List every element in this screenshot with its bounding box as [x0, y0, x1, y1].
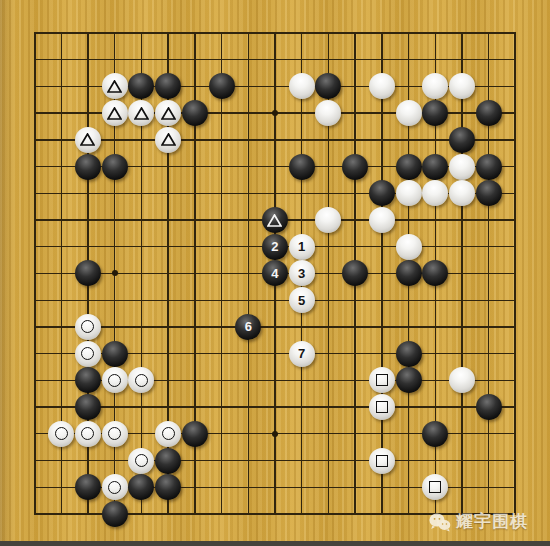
stone-black-C2	[75, 474, 101, 500]
stone-white-C15	[75, 127, 101, 153]
stone-white-R6	[449, 367, 475, 393]
stone-black-P6	[396, 367, 422, 393]
stone-black-Q10	[422, 260, 448, 286]
stone-white-R14	[449, 154, 475, 180]
circle-mark	[108, 427, 121, 440]
stone-white-E6	[128, 367, 154, 393]
stone-black-C6	[75, 367, 101, 393]
grid-line-vertical	[514, 32, 516, 515]
stone-white-R17	[449, 73, 475, 99]
stone-white-C7	[75, 341, 101, 367]
stone-black-F3	[155, 448, 181, 474]
grid-line-horizontal	[34, 326, 517, 327]
move-number-label: 4	[271, 267, 278, 280]
stone-white-L7: 7	[289, 341, 315, 367]
stone-black-K11: 2	[262, 234, 288, 260]
triangle-mark	[134, 107, 149, 120]
circle-mark	[81, 347, 94, 360]
circle-mark	[81, 320, 94, 333]
stone-black-D14	[102, 154, 128, 180]
star-point	[272, 110, 278, 116]
stone-white-D17	[102, 73, 128, 99]
move-number-label: 7	[298, 347, 305, 360]
stone-black-R15	[449, 127, 475, 153]
stone-white-P11	[396, 234, 422, 260]
stone-black-S5	[476, 394, 502, 420]
stone-black-S16	[476, 100, 502, 126]
triangle-mark	[107, 80, 122, 93]
move-number-label: 1	[298, 240, 305, 253]
circle-mark	[135, 374, 148, 387]
triangle-mark	[161, 107, 176, 120]
stone-white-D6	[102, 367, 128, 393]
watermark: 耀宇围棋	[429, 510, 528, 533]
circle-mark	[55, 427, 68, 440]
stone-white-L17	[289, 73, 315, 99]
stone-black-Q16	[422, 100, 448, 126]
stone-white-O3	[369, 448, 395, 474]
circle-mark	[108, 374, 121, 387]
star-point	[272, 431, 278, 437]
star-point	[112, 270, 118, 276]
triangle-mark	[267, 214, 282, 227]
triangle-mark	[107, 107, 122, 120]
stone-black-M17	[315, 73, 341, 99]
stone-white-O5	[369, 394, 395, 420]
square-mark	[376, 401, 388, 413]
stone-black-G16	[182, 100, 208, 126]
stone-black-N14	[342, 154, 368, 180]
stone-white-M12	[315, 207, 341, 233]
stone-black-N10	[342, 260, 368, 286]
grid-line-horizontal	[34, 460, 517, 461]
wechat-icon	[429, 512, 451, 532]
square-mark	[376, 374, 388, 386]
stone-black-C5	[75, 394, 101, 420]
stone-white-L9: 5	[289, 287, 315, 313]
move-number-label: 5	[298, 294, 305, 307]
stone-black-P7	[396, 341, 422, 367]
stone-black-J8: 6	[235, 314, 261, 340]
stone-black-P14	[396, 154, 422, 180]
stone-white-C4	[75, 421, 101, 447]
grid-line-horizontal	[34, 406, 517, 407]
grid-line-vertical	[381, 32, 382, 515]
stone-white-R13	[449, 180, 475, 206]
stone-white-F16	[155, 100, 181, 126]
stone-white-C8	[75, 314, 101, 340]
stone-black-F17	[155, 73, 181, 99]
stone-white-P13	[396, 180, 422, 206]
grid-line-horizontal	[34, 300, 517, 301]
circle-mark	[162, 427, 175, 440]
stone-white-L11: 1	[289, 234, 315, 260]
stone-white-Q17	[422, 73, 448, 99]
stone-white-P16	[396, 100, 422, 126]
stone-black-K12	[262, 207, 288, 233]
stone-black-C14	[75, 154, 101, 180]
stone-white-D4	[102, 421, 128, 447]
go-diagram: 2143567 耀宇围棋	[0, 0, 550, 546]
stone-black-D1	[102, 501, 128, 527]
stone-black-L14	[289, 154, 315, 180]
stone-black-Q14	[422, 154, 448, 180]
stone-black-S14	[476, 154, 502, 180]
square-mark	[429, 481, 441, 493]
stone-white-B4	[48, 421, 74, 447]
stone-black-H17	[209, 73, 235, 99]
bottom-bar	[0, 541, 550, 546]
stone-black-G4	[182, 421, 208, 447]
stone-white-M16	[315, 100, 341, 126]
stone-white-O6	[369, 367, 395, 393]
circle-mark	[81, 427, 94, 440]
stone-white-Q13	[422, 180, 448, 206]
stone-black-E17	[128, 73, 154, 99]
grid-line-vertical	[461, 32, 462, 515]
watermark-text: 耀宇围棋	[456, 510, 528, 533]
stone-white-E3	[128, 448, 154, 474]
move-number-label: 6	[245, 320, 252, 333]
triangle-mark	[161, 133, 176, 146]
stone-white-L10: 3	[289, 260, 315, 286]
stone-white-O12	[369, 207, 395, 233]
square-mark	[376, 455, 388, 467]
stone-white-D2	[102, 474, 128, 500]
stone-black-O13	[369, 180, 395, 206]
stone-black-Q4	[422, 421, 448, 447]
stone-black-D7	[102, 341, 128, 367]
stone-white-F4	[155, 421, 181, 447]
stone-white-D16	[102, 100, 128, 126]
stone-black-F2	[155, 474, 181, 500]
circle-mark	[135, 454, 148, 467]
stone-black-S13	[476, 180, 502, 206]
stone-white-F15	[155, 127, 181, 153]
move-number-label: 3	[298, 267, 305, 280]
stone-black-C10	[75, 260, 101, 286]
stone-white-Q2	[422, 474, 448, 500]
stone-black-E2	[128, 474, 154, 500]
stone-white-O17	[369, 73, 395, 99]
circle-mark	[108, 481, 121, 494]
move-number-label: 2	[271, 240, 278, 253]
triangle-mark	[80, 133, 95, 146]
stone-white-E16	[128, 100, 154, 126]
stone-black-K10: 4	[262, 260, 288, 286]
stone-black-P10	[396, 260, 422, 286]
